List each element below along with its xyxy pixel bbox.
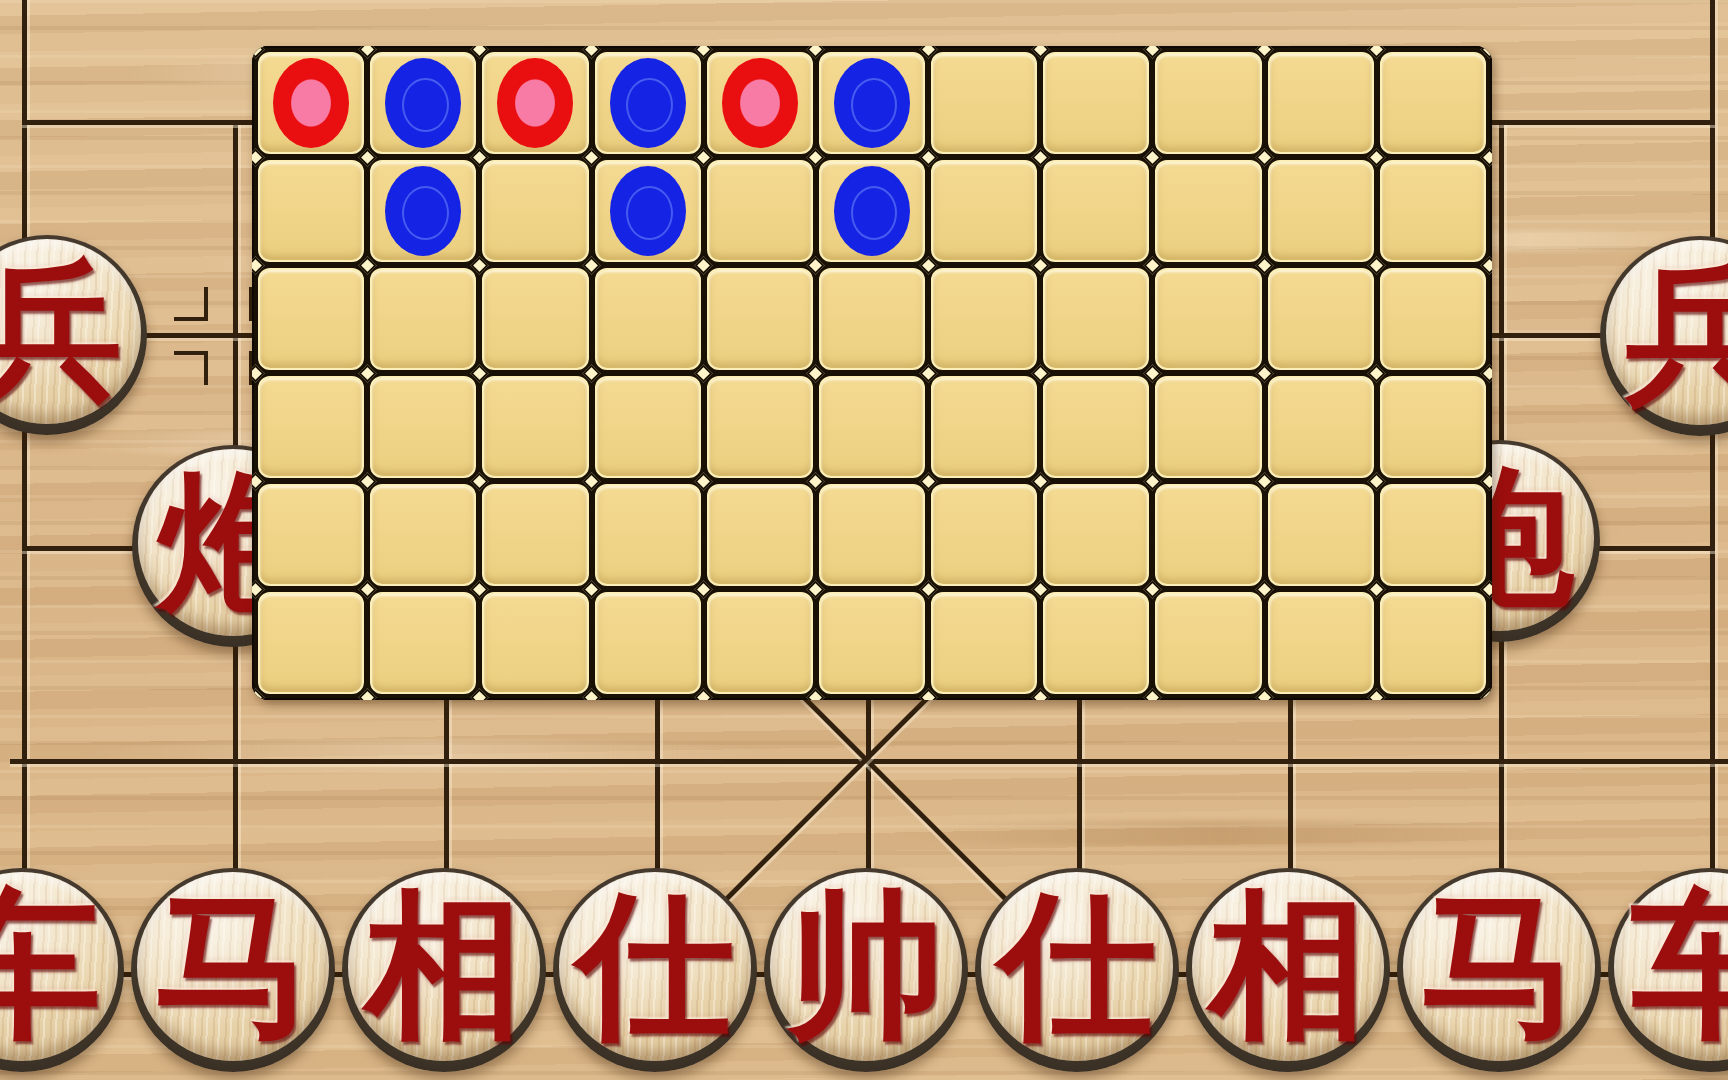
- grid-cell-r4c7[interactable]: [931, 376, 1037, 478]
- grid-cell-r5c7[interactable]: [931, 484, 1037, 586]
- piece-chariot-right[interactable]: 车: [1608, 868, 1728, 1072]
- grid-cell-r6c1[interactable]: [258, 592, 364, 694]
- grid-cell-r6c4[interactable]: [595, 592, 701, 694]
- piece-soldier-right[interactable]: 兵: [1600, 236, 1728, 436]
- grid-cell-r3c7[interactable]: [931, 268, 1037, 370]
- grid-cell-r4c5[interactable]: [707, 376, 813, 478]
- board-file-line: [1710, 0, 1715, 974]
- grid-dot-red-r1c1: [273, 58, 349, 148]
- piece-elephant-right[interactable]: 相: [1186, 868, 1390, 1072]
- grid-cell-r4c1[interactable]: [258, 376, 364, 478]
- piece-glyph-horse-left: 马: [154, 886, 312, 1044]
- piece-glyph-advisor-left: 仕: [576, 886, 734, 1044]
- grid-cell-r2c8[interactable]: [1043, 160, 1149, 262]
- grid-cell-r5c4[interactable]: [595, 484, 701, 586]
- grid-cell-r6c9[interactable]: [1155, 592, 1261, 694]
- piece-glyph-soldier-left: 兵: [0, 255, 122, 405]
- piece-face-chariot-left: 车: [0, 872, 118, 1061]
- piece-face-elephant-right: 相: [1192, 872, 1384, 1061]
- grid-cell-r3c11[interactable]: [1380, 268, 1486, 370]
- grid-cell-r2c11[interactable]: [1380, 160, 1486, 262]
- grid-cell-r1c11[interactable]: [1380, 52, 1486, 154]
- grid-cell-r2c3[interactable]: [482, 160, 588, 262]
- grid-cell-r3c5[interactable]: [707, 268, 813, 370]
- grid-cell-r6c11[interactable]: [1380, 592, 1486, 694]
- grid-cell-r3c10[interactable]: [1268, 268, 1374, 370]
- grid-dot-blue-r2c2: [385, 166, 461, 256]
- piece-face-horse-left: 马: [137, 872, 329, 1061]
- grid-cell-r6c2[interactable]: [370, 592, 476, 694]
- piece-glyph-chariot-left: 车: [0, 886, 101, 1044]
- grid-cell-r1c8[interactable]: [1043, 52, 1149, 154]
- grid-cell-r6c6[interactable]: [819, 592, 925, 694]
- grid-dot-blue-r1c6: [834, 58, 910, 148]
- piece-face-soldier-right: 兵: [1606, 240, 1728, 425]
- grid-cell-r2c1[interactable]: [258, 160, 364, 262]
- wood-streak: [900, 820, 1540, 846]
- grid-cell-r2c10[interactable]: [1268, 160, 1374, 262]
- piece-chariot-left[interactable]: 车: [0, 868, 124, 1072]
- grid-cell-r4c10[interactable]: [1268, 376, 1374, 478]
- piece-face-advisor-left: 仕: [559, 872, 751, 1061]
- grid-cell-r5c1[interactable]: [258, 484, 364, 586]
- grid-cell-r4c11[interactable]: [1380, 376, 1486, 478]
- blue-dot-inner-ring: [402, 186, 449, 240]
- piece-advisor-right[interactable]: 仕: [975, 868, 1179, 1072]
- piece-face-horse-right: 马: [1403, 872, 1595, 1061]
- grid-cell-r5c3[interactable]: [482, 484, 588, 586]
- grid-cell-r6c5[interactable]: [707, 592, 813, 694]
- grid-dot-red-r1c3: [497, 58, 573, 148]
- piece-glyph-general: 帅: [787, 886, 945, 1044]
- grid-cell-r5c10[interactable]: [1268, 484, 1374, 586]
- tutorial-grid-inner: [258, 52, 1486, 694]
- grid-cell-r2c7[interactable]: [931, 160, 1037, 262]
- wood-streak: [80, 740, 780, 770]
- piece-face-elephant-left: 相: [348, 872, 540, 1061]
- tutorial-grid-panel: [252, 46, 1492, 700]
- piece-glyph-soldier-right: 兵: [1625, 256, 1728, 406]
- xiangqi-app-screen: 车马相仕帅仕相马车兵炮兵炮: [0, 0, 1728, 1080]
- grid-cell-r3c2[interactable]: [370, 268, 476, 370]
- grid-dot-blue-r1c4: [610, 58, 686, 148]
- grid-cell-r6c3[interactable]: [482, 592, 588, 694]
- grid-cell-r4c4[interactable]: [595, 376, 701, 478]
- piece-soldier-left[interactable]: 兵: [0, 235, 147, 435]
- board-file-line: [22, 0, 27, 974]
- piece-glyph-elephant-right: 相: [1209, 886, 1367, 1044]
- piece-horse-left[interactable]: 马: [131, 868, 335, 1072]
- grid-dot-blue-r1c2: [385, 58, 461, 148]
- grid-cell-r5c11[interactable]: [1380, 484, 1486, 586]
- grid-cell-r3c6[interactable]: [819, 268, 925, 370]
- blue-dot-inner-ring: [626, 186, 673, 240]
- grid-cell-r4c9[interactable]: [1155, 376, 1261, 478]
- grid-cell-r4c2[interactable]: [370, 376, 476, 478]
- piece-advisor-left[interactable]: 仕: [553, 868, 757, 1072]
- grid-cell-r1c10[interactable]: [1268, 52, 1374, 154]
- grid-cell-r3c4[interactable]: [595, 268, 701, 370]
- grid-cell-r3c3[interactable]: [482, 268, 588, 370]
- grid-dot-blue-r2c4: [610, 166, 686, 256]
- grid-cell-r2c5[interactable]: [707, 160, 813, 262]
- grid-cell-r5c9[interactable]: [1155, 484, 1261, 586]
- piece-face-chariot-right: 车: [1614, 872, 1728, 1061]
- grid-cell-r3c9[interactable]: [1155, 268, 1261, 370]
- piece-face-advisor-right: 仕: [981, 872, 1173, 1061]
- grid-cell-r4c3[interactable]: [482, 376, 588, 478]
- piece-elephant-left[interactable]: 相: [342, 868, 546, 1072]
- grid-cell-r6c8[interactable]: [1043, 592, 1149, 694]
- grid-cell-r5c6[interactable]: [819, 484, 925, 586]
- piece-horse-right[interactable]: 马: [1397, 868, 1601, 1072]
- grid-dot-red-r1c5: [722, 58, 798, 148]
- grid-cell-r1c7[interactable]: [931, 52, 1037, 154]
- blue-dot-inner-ring: [626, 78, 673, 132]
- point-mark: [174, 287, 208, 321]
- piece-face-general: 帅: [770, 872, 962, 1061]
- point-mark: [174, 351, 208, 385]
- grid-cell-r6c7[interactable]: [931, 592, 1037, 694]
- grid-dot-blue-r2c6: [834, 166, 910, 256]
- grid-cell-r5c2[interactable]: [370, 484, 476, 586]
- grid-cell-r5c8[interactable]: [1043, 484, 1149, 586]
- grid-cell-r3c1[interactable]: [258, 268, 364, 370]
- piece-glyph-advisor-right: 仕: [998, 886, 1156, 1044]
- grid-cell-r5c5[interactable]: [707, 484, 813, 586]
- piece-face-soldier-left: 兵: [0, 239, 141, 424]
- grid-cell-r6c10[interactable]: [1268, 592, 1374, 694]
- grid-cell-r1c9[interactable]: [1155, 52, 1261, 154]
- blue-dot-inner-ring: [402, 78, 449, 132]
- blue-dot-inner-ring: [851, 78, 898, 132]
- piece-glyph-chariot-right: 车: [1631, 886, 1728, 1044]
- grid-cell-r4c6[interactable]: [819, 376, 925, 478]
- piece-glyph-horse-right: 马: [1420, 886, 1578, 1044]
- piece-general[interactable]: 帅: [764, 868, 968, 1072]
- blue-dot-inner-ring: [851, 186, 898, 240]
- grid-cell-r3c8[interactable]: [1043, 268, 1149, 370]
- piece-glyph-elephant-left: 相: [365, 886, 523, 1044]
- grid-cell-r4c8[interactable]: [1043, 376, 1149, 478]
- grid-cell-r2c9[interactable]: [1155, 160, 1261, 262]
